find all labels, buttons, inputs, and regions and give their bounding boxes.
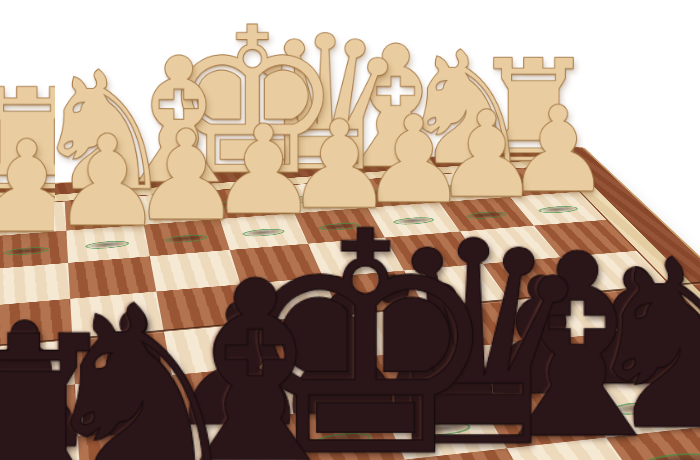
chess-board: 12345678hgfedcba ♜♞♝♛♚♝♞♜♟♟♟♟♟♟♟♟♟♟♟♟♟♟♟… — [0, 146, 700, 460]
black-rook-glyph: ♜ — [0, 306, 196, 460]
scene-backdrop: 12345678hgfedcba ♜♞♝♛♚♝♞♜♟♟♟♟♟♟♟♟♟♟♟♟♟♟♟… — [0, 0, 700, 460]
photo-canvas: 12345678hgfedcba ♜♞♝♛♚♝♞♜♟♟♟♟♟♟♟♟♟♟♟♟♟♟♟… — [0, 0, 700, 460]
